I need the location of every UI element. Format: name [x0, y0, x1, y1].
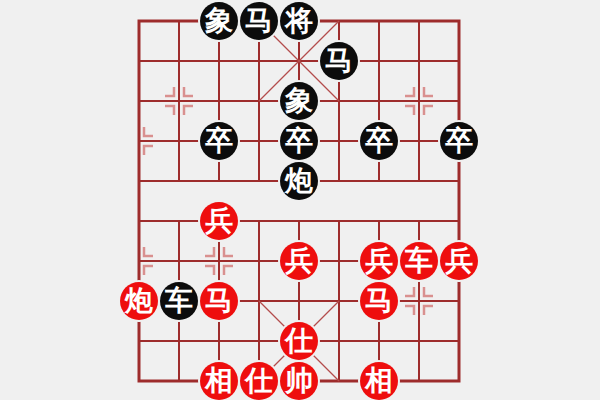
point-marker [184, 87, 193, 96]
red-elephant-piece[interactable]: 相 [360, 362, 398, 400]
point-marker [205, 266, 214, 275]
red-horse-piece[interactable]: 马 [360, 282, 398, 320]
point-marker [144, 266, 153, 275]
point-marker [165, 87, 174, 96]
black-cannon-piece[interactable]: 炮 [280, 162, 318, 200]
red-soldier-piece[interactable]: 兵 [440, 242, 478, 280]
red-soldier-piece[interactable]: 兵 [200, 202, 238, 240]
point-marker [424, 287, 433, 296]
black-chariot-piece[interactable]: 车 [160, 282, 198, 320]
point-marker [405, 106, 414, 115]
black-elephant-piece[interactable]: 象 [280, 82, 318, 120]
red-advisor-piece[interactable]: 仕 [240, 362, 278, 400]
red-soldier-piece[interactable]: 兵 [280, 242, 318, 280]
point-marker [424, 87, 433, 96]
black-horse-piece[interactable]: 马 [240, 2, 278, 40]
point-marker [224, 247, 233, 256]
red-elephant-piece[interactable]: 相 [200, 362, 238, 400]
point-marker [165, 106, 174, 115]
point-marker [184, 106, 193, 115]
red-soldier-piece[interactable]: 兵 [360, 242, 398, 280]
black-soldier-piece[interactable]: 卒 [280, 122, 318, 160]
xiangqi-board[interactable]: 象马将马象卒卒卒卒炮兵兵兵车兵炮车马马仕相仕帅相 [0, 0, 600, 400]
point-marker [205, 247, 214, 256]
black-soldier-piece[interactable]: 卒 [360, 122, 398, 160]
point-marker [144, 127, 153, 136]
black-soldier-piece[interactable]: 卒 [200, 122, 238, 160]
red-cannon-piece[interactable]: 炮 [120, 282, 158, 320]
point-marker [405, 287, 414, 296]
black-general-piece[interactable]: 将 [280, 2, 318, 40]
point-marker [144, 146, 153, 155]
red-chariot-piece[interactable]: 车 [400, 242, 438, 280]
point-marker [424, 306, 433, 315]
point-marker [144, 247, 153, 256]
black-elephant-piece[interactable]: 象 [200, 2, 238, 40]
point-marker [424, 106, 433, 115]
red-horse-piece[interactable]: 马 [200, 282, 238, 320]
red-advisor-piece[interactable]: 仕 [280, 322, 318, 360]
red-general-piece[interactable]: 帅 [280, 362, 318, 400]
point-marker [405, 306, 414, 315]
point-marker [224, 266, 233, 275]
point-marker [405, 87, 414, 96]
black-horse-piece[interactable]: 马 [320, 42, 358, 80]
black-soldier-piece[interactable]: 卒 [440, 122, 478, 160]
